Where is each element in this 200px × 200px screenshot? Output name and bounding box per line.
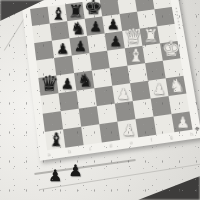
square[interactable]: ♚ — [160, 41, 180, 61]
white-king[interactable]: ♚ — [162, 39, 181, 59]
captured-black-pawn[interactable]: ♟ — [68, 163, 82, 184]
captured-black-pawn[interactable]: ♟ — [48, 168, 62, 184]
black-pawn[interactable]: ♟ — [107, 18, 120, 32]
file-letter: e — [130, 140, 134, 146]
square[interactable]: ♟ — [171, 111, 192, 132]
file-letter: a — [47, 152, 50, 158]
black-knight[interactable]: ♞ — [70, 20, 86, 37]
file-letter: d — [109, 143, 113, 149]
square[interactable]: ♝ — [125, 46, 145, 66]
black-bishop[interactable]: ♝ — [48, 130, 65, 149]
white-pawn[interactable]: ♟ — [122, 123, 136, 138]
square[interactable]: ♟ — [112, 83, 133, 103]
square[interactable]: ♟ — [85, 16, 105, 35]
photo-frame: ♝♜♚♞♟♟♟♟♟♛♜♝♚♛♟♞♟♟♞♝♟♟ abcdefgh ∙∙∙∙∙∙∙ … — [0, 0, 200, 200]
captured-pieces-tray: ♟♟ — [48, 168, 83, 184]
black-pawn[interactable]: ♟ — [89, 20, 102, 34]
square[interactable]: ♛ — [38, 76, 58, 96]
black-pawn[interactable]: ♟ — [74, 40, 87, 55]
file-letter: c — [89, 146, 92, 151]
white-bishop[interactable]: ♝ — [128, 47, 144, 65]
square[interactable]: ♟ — [52, 38, 72, 58]
black-king[interactable]: ♚ — [84, 0, 102, 18]
square[interactable]: ♞ — [74, 71, 94, 91]
black-pawn[interactable]: ♟ — [109, 35, 122, 50]
square[interactable]: ♚ — [82, 0, 102, 19]
white-knight[interactable]: ♞ — [169, 77, 186, 95]
square[interactable]: ♝ — [45, 129, 66, 150]
square[interactable]: ♝ — [48, 4, 68, 23]
white-pawn[interactable]: ♟ — [176, 116, 190, 131]
file-letter: h — [190, 132, 194, 137]
black-bishop[interactable]: ♝ — [50, 5, 66, 22]
square[interactable]: ♟ — [102, 14, 122, 33]
square[interactable]: ♞ — [67, 19, 87, 38]
file-letter: b — [68, 149, 72, 155]
square[interactable]: ♟ — [69, 36, 89, 56]
square[interactable]: ♟ — [56, 73, 76, 93]
black-pawn[interactable]: ♟ — [60, 77, 74, 92]
square[interactable]: ♟ — [105, 31, 125, 51]
brand-logo-icon: ❖ — [194, 125, 200, 133]
black-knight[interactable]: ♞ — [77, 72, 93, 90]
white-pawn[interactable]: ♟ — [117, 87, 131, 102]
square[interactable]: ♜ — [140, 26, 160, 46]
square[interactable]: ♞ — [166, 76, 187, 96]
square[interactable]: ♟ — [117, 119, 138, 140]
shadow-corner-bottom-right — [138, 176, 200, 200]
chess-board: ♝♜♚♞♟♟♟♟♟♛♜♝♚♛♟♞♟♟♞♝♟♟ abcdefgh ∙∙∙∙∙∙∙ … — [22, 0, 200, 161]
black-queen[interactable]: ♛ — [40, 74, 59, 95]
chess-board-grid: ♝♜♚♞♟♟♟♟♟♛♜♝♚♛♟♞♟♟♞♝♟♟ — [30, 0, 192, 150]
black-pawn[interactable]: ♟ — [56, 42, 70, 57]
square[interactable] — [81, 124, 102, 145]
white-pawn[interactable]: ♟ — [152, 82, 166, 97]
file-letter: f — [150, 138, 152, 143]
file-letter: g — [169, 135, 173, 141]
square[interactable] — [63, 127, 84, 148]
white-rook[interactable]: ♜ — [143, 27, 159, 44]
